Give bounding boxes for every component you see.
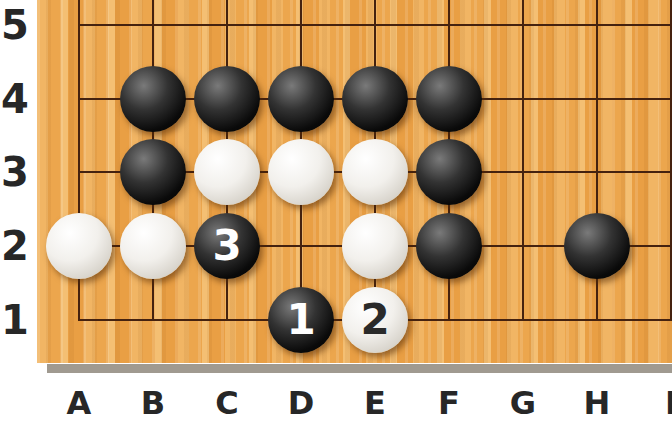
stone-white-E3[interactable] xyxy=(342,139,408,205)
stone-black-B3[interactable] xyxy=(120,139,186,205)
column-label-B: B xyxy=(128,386,178,420)
go-problem-diagram: { "game": "go", "diagram": { "descriptio… xyxy=(0,0,672,444)
stone-white-A2[interactable] xyxy=(46,213,112,279)
row-label-3: 3 xyxy=(0,151,30,193)
row-label-5: 5 xyxy=(0,4,30,46)
column-label-D: D xyxy=(276,386,326,420)
column-label-I: I xyxy=(646,386,672,420)
stone-black-F2[interactable] xyxy=(416,213,482,279)
grid-line-horizontal-5 xyxy=(78,24,672,26)
column-label-E: E xyxy=(350,386,400,420)
stone-white-B2[interactable] xyxy=(120,213,186,279)
column-label-A: A xyxy=(54,386,104,420)
board-shadow xyxy=(47,364,672,373)
row-label-4: 4 xyxy=(0,78,30,120)
stone-black-H2[interactable] xyxy=(564,213,630,279)
stone-white-C3[interactable] xyxy=(194,139,260,205)
stone-black-D1[interactable]: 1 xyxy=(268,287,334,353)
stone-white-E2[interactable] xyxy=(342,213,408,279)
stone-black-D4[interactable] xyxy=(268,66,334,132)
column-label-H: H xyxy=(572,386,622,420)
stone-move-number: 1 xyxy=(286,287,315,353)
row-label-2: 2 xyxy=(0,225,30,267)
stone-white-D3[interactable] xyxy=(268,139,334,205)
stone-black-F4[interactable] xyxy=(416,66,482,132)
row-label-1: 1 xyxy=(0,299,30,341)
column-label-G: G xyxy=(498,386,548,420)
column-label-C: C xyxy=(202,386,252,420)
column-label-F: F xyxy=(424,386,474,420)
stone-black-E4[interactable] xyxy=(342,66,408,132)
grid-line-vertical-G xyxy=(522,0,524,321)
stone-white-E1[interactable]: 2 xyxy=(342,287,408,353)
stone-move-number: 2 xyxy=(360,287,389,353)
stone-move-number: 3 xyxy=(212,213,241,279)
stone-black-C2[interactable]: 3 xyxy=(194,213,260,279)
stone-black-B4[interactable] xyxy=(120,66,186,132)
stone-black-C4[interactable] xyxy=(194,66,260,132)
stone-black-F3[interactable] xyxy=(416,139,482,205)
